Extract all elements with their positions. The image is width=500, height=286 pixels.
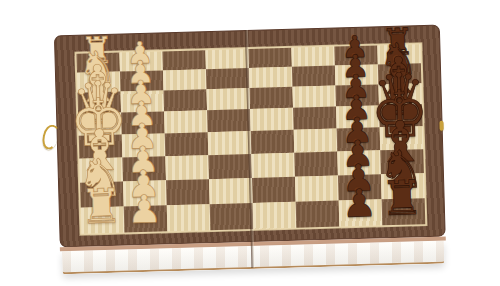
square-r1c5: [248, 48, 292, 68]
square-r2c8: [378, 63, 422, 84]
square-r7c7: [338, 174, 382, 200]
square-r6c1: [79, 158, 123, 183]
square-r6c7: [337, 150, 381, 175]
square-r6c8: [380, 149, 424, 174]
square-r2c4: [206, 68, 250, 89]
square-r1c6: [291, 47, 335, 67]
square-r4c6: [293, 107, 337, 130]
square-r5c5: [251, 130, 295, 154]
square-r8c2: [124, 205, 168, 232]
square-r5c4: [208, 131, 252, 155]
square-r8c7: [339, 199, 383, 226]
square-r8c4: [210, 203, 254, 230]
square-r4c7: [336, 105, 380, 128]
square-r5c2: [122, 133, 166, 157]
square-r2c6: [292, 66, 336, 87]
square-r2c1: [77, 72, 121, 93]
square-r3c4: [206, 88, 250, 110]
square-r5c1: [79, 135, 123, 159]
square-r6c2: [122, 156, 166, 181]
square-r6c5: [251, 153, 295, 178]
square-r8c5: [253, 202, 297, 229]
square-r4c1: [78, 113, 122, 136]
square-r8c6: [296, 201, 340, 228]
square-r3c2: [121, 90, 165, 112]
square-r3c5: [249, 87, 293, 109]
square-r3c8: [378, 83, 422, 105]
square-r7c1: [80, 182, 124, 208]
square-r1c1: [76, 53, 120, 73]
square-r4c5: [250, 108, 294, 131]
square-r1c3: [162, 50, 206, 70]
square-r7c6: [295, 176, 339, 202]
square-r7c2: [123, 180, 167, 206]
square-r4c2: [121, 111, 165, 134]
square-r2c5: [249, 67, 293, 88]
square-r7c8: [381, 173, 425, 199]
square-r2c7: [335, 64, 379, 85]
square-r8c8: [382, 198, 426, 225]
square-r1c7: [334, 45, 378, 65]
square-r3c6: [292, 86, 336, 108]
square-r2c2: [120, 70, 164, 91]
chess-set-photo: ♜♟♟♜♞♟♟♞♝♟♟♝♛♟♟♛♚♟♟♚♝♟♟♝♞♟♟♞♜♟♟♜: [0, 0, 500, 286]
square-r6c4: [208, 154, 252, 179]
square-r5c3: [165, 132, 209, 156]
square-r4c8: [379, 104, 423, 127]
square-r4c3: [164, 110, 208, 133]
square-r5c6: [294, 129, 338, 153]
square-r7c4: [209, 178, 253, 204]
square-r3c3: [163, 89, 207, 111]
square-r3c7: [335, 84, 379, 106]
square-r1c2: [119, 51, 163, 71]
square-r6c3: [165, 155, 209, 180]
square-r2c3: [163, 69, 207, 90]
square-r8c3: [167, 204, 211, 231]
square-r3c1: [78, 92, 122, 114]
square-r6c6: [294, 152, 338, 177]
square-r5c8: [380, 126, 424, 150]
brass-pin-icon: [439, 121, 443, 131]
square-r7c3: [166, 179, 210, 205]
square-r1c8: [377, 44, 421, 64]
folding-chess-board: ♜♟♟♜♞♟♟♞♝♟♟♝♛♟♟♛♚♟♟♚♝♟♟♝♞♟♟♞♜♟♟♜: [0, 0, 500, 286]
square-r5c7: [337, 127, 381, 151]
square-r1c4: [205, 49, 249, 69]
square-r8c1: [81, 207, 125, 234]
square-r4c4: [207, 109, 251, 132]
square-r7c5: [252, 177, 296, 203]
